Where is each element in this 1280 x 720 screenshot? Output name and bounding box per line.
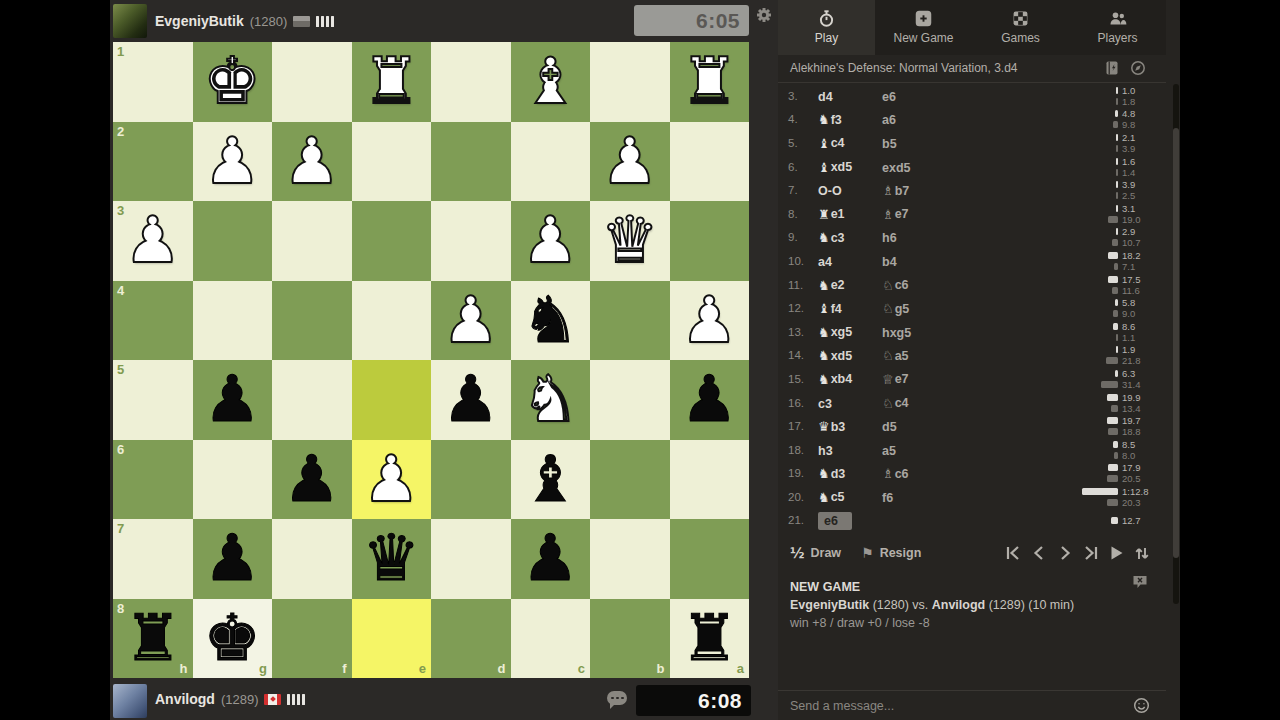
- white-pawn[interactable]: ♟: [590, 122, 670, 202]
- black-pawn[interactable]: ♟: [272, 440, 352, 520]
- white-pawn[interactable]: ♟: [272, 122, 352, 202]
- black-knight[interactable]: ♞: [511, 281, 591, 361]
- nav-last-move-button[interactable]: [1083, 545, 1099, 561]
- square-a4[interactable]: ♟: [670, 281, 750, 361]
- move-number: 10.: [788, 255, 814, 267]
- chess-board: 1♚♜♝♜2♟♟♟3♟♟♛4♟♞♟5♟♟♞♟6♟♟♝7♟♛♟8h♜g♚fedcb…: [113, 42, 749, 678]
- white-knight-move-icon: ♞: [818, 113, 830, 126]
- top-player-bar: EvgeniyButik (1280) 6:05: [110, 0, 778, 42]
- rank-label-5: 5: [117, 362, 124, 377]
- file-label-c: c: [578, 661, 585, 676]
- square-e3[interactable]: [352, 201, 432, 281]
- black-pawn[interactable]: ♟: [431, 360, 511, 440]
- side-panel: Play New Game Games: [778, 0, 1180, 720]
- move-list-scrollbar-thumb[interactable]: [1173, 128, 1179, 558]
- bottom-player-clock: 6:08: [636, 685, 751, 716]
- white-move-san[interactable]: ♝xd5: [818, 160, 852, 174]
- white-bishop-move-icon: ♝: [818, 161, 830, 174]
- move-number: 15.: [788, 373, 814, 385]
- square-g8[interactable]: g♚: [193, 599, 273, 679]
- move-row-12: 12.♝f4♘g55.89.0: [778, 296, 1166, 320]
- white-move-san[interactable]: ♞c5: [818, 490, 845, 504]
- square-e6[interactable]: ♟: [352, 440, 432, 520]
- move-times: 17.511.6: [1108, 273, 1158, 297]
- move-row-6: 6.♝xd5exd51.61.4: [778, 155, 1166, 179]
- canada-flag-icon: [264, 694, 281, 705]
- white-move-san[interactable]: ♞c3: [818, 231, 845, 245]
- move-row-18: 18.h3a58.58.0: [778, 438, 1166, 462]
- file-label-d: d: [498, 661, 506, 676]
- square-h7[interactable]: 7: [113, 519, 193, 599]
- new-game-header: NEW GAME: [790, 580, 860, 594]
- resign-button[interactable]: Resign: [880, 546, 922, 560]
- move-number: 13.: [788, 326, 814, 338]
- move-times: 19.718.8: [1107, 414, 1158, 438]
- square-h2[interactable]: 2: [113, 122, 193, 202]
- black-move-san[interactable]: a6: [882, 113, 896, 127]
- bottom-player-bar: Anvilogd (1289) 6:08: [110, 678, 778, 720]
- square-g6[interactable]: [193, 440, 273, 520]
- square-e1[interactable]: ♜: [352, 42, 432, 122]
- white-move-san[interactable]: ♞xd5: [818, 349, 852, 363]
- square-d6[interactable]: [431, 440, 511, 520]
- move-times: 4.89.8: [1113, 108, 1158, 132]
- square-f4[interactable]: [272, 281, 352, 361]
- white-pawn[interactable]: ♟: [352, 440, 432, 520]
- square-c6[interactable]: ♝: [511, 440, 591, 520]
- square-b3[interactable]: ♛: [590, 201, 670, 281]
- square-a5[interactable]: ♟: [670, 360, 750, 440]
- move-times: 8.61.1: [1113, 320, 1158, 344]
- move-number: 6.: [788, 161, 814, 173]
- square-g7[interactable]: ♟: [193, 519, 273, 599]
- square-g3[interactable]: [193, 201, 273, 281]
- black-move-san[interactable]: f6: [882, 491, 893, 505]
- move-times: 19.913.4: [1107, 391, 1158, 415]
- square-c2[interactable]: [511, 122, 591, 202]
- tab-play[interactable]: Play: [778, 0, 875, 55]
- file-label-f: f: [342, 661, 346, 676]
- white-move-san[interactable]: d4: [818, 90, 833, 104]
- bottom-connection-bars-icon: [287, 694, 305, 705]
- black-move-san[interactable]: hxg5: [882, 326, 911, 340]
- nav-first-move-button[interactable]: [1005, 545, 1021, 561]
- chat-input-bar[interactable]: Send a message...: [778, 690, 1166, 720]
- bottom-player-name[interactable]: Anvilogd: [155, 691, 215, 707]
- white-knight-move-icon: ♞: [818, 326, 830, 339]
- move-number: 19.: [788, 467, 814, 479]
- white-pawn[interactable]: ♟: [193, 122, 273, 202]
- stopwatch-icon: [818, 10, 835, 27]
- white-knight-move-icon: ♞: [818, 349, 830, 362]
- move-times: 6.331.4: [1101, 367, 1158, 391]
- black-move-san[interactable]: ♗e7: [882, 207, 909, 221]
- tab-new-game[interactable]: New Game: [875, 0, 972, 55]
- tab-games[interactable]: Games: [972, 0, 1069, 55]
- white-rook-move-icon: ♜: [818, 208, 830, 221]
- square-c7[interactable]: ♟: [511, 519, 591, 599]
- square-g4[interactable]: [193, 281, 273, 361]
- players-icon: [1109, 10, 1127, 27]
- opening-row: Alekhine's Defense: Normal Variation, 3.…: [778, 55, 1166, 83]
- game-area: EvgeniyButik (1280) 6:05 1♚♜♝♜2♟♟♟3♟♟♛4: [110, 0, 778, 720]
- bottom-player-rating: (1289): [221, 692, 259, 707]
- square-h8[interactable]: 8h♜: [113, 599, 193, 679]
- white-move-san[interactable]: ♝f4: [818, 302, 842, 316]
- black-move-san[interactable]: ♘c6: [882, 278, 909, 292]
- move-number: 7.: [788, 184, 814, 196]
- white-bishop-move-icon: ♝: [818, 137, 830, 150]
- move-number: 11.: [788, 279, 814, 291]
- move-number: 8.: [788, 208, 814, 220]
- top-player-rating: (1280): [250, 14, 288, 29]
- square-e4[interactable]: [352, 281, 432, 361]
- square-a7[interactable]: [670, 519, 750, 599]
- chat-input-placeholder: Send a message...: [790, 699, 894, 713]
- move-number: 17.: [788, 420, 814, 432]
- move-row-19: 19.♞d3♗c617.920.5: [778, 462, 1166, 486]
- new-game-stakes: win +8 / draw +0 / lose -8: [790, 616, 930, 630]
- square-b4[interactable]: [590, 281, 670, 361]
- square-d5[interactable]: ♟: [431, 360, 511, 440]
- nav-next-move-button[interactable]: [1057, 545, 1073, 561]
- square-b1[interactable]: [590, 42, 670, 122]
- square-b2[interactable]: ♟: [590, 122, 670, 202]
- rank-label-4: 4: [117, 283, 124, 298]
- move-number: 14.: [788, 349, 814, 361]
- top-player-flag-icon: [293, 16, 310, 27]
- black-move-san[interactable]: ♕e7: [882, 372, 909, 386]
- square-a3[interactable]: [670, 201, 750, 281]
- white-knight-move-icon: ♞: [818, 491, 830, 504]
- white-queen-move-icon: ♛: [818, 420, 830, 433]
- chat-toggle-icon[interactable]: [607, 691, 627, 705]
- square-b6[interactable]: [590, 440, 670, 520]
- game-controls: ½ Draw ⚑ Resign: [778, 538, 1166, 568]
- move-row-20: 20.♞c5f61:12.820.3: [778, 485, 1166, 509]
- board-grid-icon: [1012, 10, 1029, 27]
- black-queen-move-icon: ♕: [882, 373, 894, 386]
- white-move-san[interactable]: O-O: [818, 184, 842, 198]
- square-g5[interactable]: ♟: [193, 360, 273, 440]
- move-times: 12.7: [1111, 509, 1158, 533]
- black-move-san[interactable]: e6: [882, 90, 896, 104]
- black-move-san[interactable]: b5: [882, 137, 897, 151]
- move-list: 3.d4e61.01.84.♞f3a64.89.85.♝c4b52.13.96.…: [778, 84, 1166, 533]
- white-pawn[interactable]: ♟: [113, 201, 193, 281]
- white-move-san[interactable]: a4: [818, 255, 832, 269]
- square-f2[interactable]: ♟: [272, 122, 352, 202]
- new-game-matchup: EvgeniyButik (1280) vs. Anvilogd (1289) …: [790, 598, 1074, 612]
- white-move-san[interactable]: ♞xg5: [818, 325, 852, 339]
- opening-book-icon[interactable]: [1104, 60, 1120, 76]
- move-times: 1.921.8: [1106, 344, 1158, 368]
- square-g2[interactable]: ♟: [193, 122, 273, 202]
- black-pawn[interactable]: ♟: [511, 519, 591, 599]
- move-times: 2.13.9: [1116, 131, 1158, 155]
- white-move-san[interactable]: h3: [818, 444, 833, 458]
- black-move-san[interactable]: d5: [882, 420, 897, 434]
- white-pawn[interactable]: ♟: [670, 281, 750, 361]
- black-pawn[interactable]: ♟: [670, 360, 750, 440]
- move-times: 1.61.4: [1116, 155, 1158, 179]
- square-c1[interactable]: ♝: [511, 42, 591, 122]
- white-queen[interactable]: ♛: [590, 201, 670, 281]
- black-move-san[interactable]: ♘a5: [882, 349, 909, 363]
- move-row-21: 21.e612.7: [778, 509, 1166, 533]
- bottom-player-avatar[interactable]: [113, 684, 147, 718]
- square-d8[interactable]: d: [431, 599, 511, 679]
- move-row-8: 8.♜e1♗e73.119.0: [778, 202, 1166, 226]
- square-d3[interactable]: [431, 201, 511, 281]
- rank-label-1: 1: [117, 44, 124, 59]
- move-row-7: 7.O-O♗b73.92.5: [778, 178, 1166, 202]
- white-move-san[interactable]: ♞d3: [818, 467, 845, 481]
- black-move-san[interactable]: h6: [882, 231, 897, 245]
- white-knight-move-icon: ♞: [818, 373, 830, 386]
- move-number: 21.: [788, 514, 814, 526]
- black-pawn[interactable]: ♟: [193, 519, 273, 599]
- white-move-san[interactable]: ♛b3: [818, 420, 845, 434]
- draw-button[interactable]: Draw: [811, 546, 842, 560]
- square-h3[interactable]: 3♟: [113, 201, 193, 281]
- square-f8[interactable]: f: [272, 599, 352, 679]
- move-row-15: 15.♞xb4♕e76.331.4: [778, 367, 1166, 391]
- move-row-13: 13.♞xg5hxg58.61.1: [778, 320, 1166, 344]
- rank-label-2: 2: [117, 124, 124, 139]
- square-d1[interactable]: [431, 42, 511, 122]
- white-knight[interactable]: ♞: [511, 360, 591, 440]
- square-h6[interactable]: 6: [113, 440, 193, 520]
- square-a1[interactable]: ♜: [670, 42, 750, 122]
- square-e7[interactable]: ♛: [352, 519, 432, 599]
- move-row-17: 17.♛b3d519.718.8: [778, 414, 1166, 438]
- square-b8[interactable]: b: [590, 599, 670, 679]
- square-d7[interactable]: [431, 519, 511, 599]
- white-move-san[interactable]: ♞f3: [818, 113, 842, 127]
- mute-chat-icon[interactable]: [1132, 574, 1148, 593]
- move-times: 1.01.8: [1116, 84, 1158, 108]
- square-f3[interactable]: [272, 201, 352, 281]
- top-player-name[interactable]: EvgeniyButik: [155, 13, 244, 29]
- rank-label-6: 6: [117, 442, 124, 457]
- top-connection-bars-icon: [316, 16, 334, 27]
- white-bishop-move-icon: ♝: [818, 302, 830, 315]
- white-move-san[interactable]: ♞e2: [818, 278, 845, 292]
- white-pawn[interactable]: ♟: [431, 281, 511, 361]
- square-f6[interactable]: ♟: [272, 440, 352, 520]
- half-point-icon: ½: [790, 545, 805, 561]
- square-c5[interactable]: ♞: [511, 360, 591, 440]
- move-row-3: 3.d4e61.01.8: [778, 84, 1166, 108]
- app-window: EvgeniyButik (1280) 6:05 1♚♜♝♜2♟♟♟3♟♟♛4: [0, 0, 1280, 720]
- black-knight-move-icon: ♘: [882, 397, 894, 410]
- move-number: 18.: [788, 444, 814, 456]
- tab-players[interactable]: Players: [1069, 0, 1166, 55]
- file-label-e: e: [419, 661, 426, 676]
- black-bishop-move-icon: ♗: [882, 208, 894, 221]
- move-row-5: 5.♝c4b52.13.9: [778, 131, 1166, 155]
- black-knight-move-icon: ♘: [882, 349, 894, 362]
- square-e2[interactable]: [352, 122, 432, 202]
- autoplay-button[interactable]: [1109, 545, 1124, 561]
- square-h5[interactable]: 5: [113, 360, 193, 440]
- square-h4[interactable]: 4: [113, 281, 193, 361]
- square-a6[interactable]: [670, 440, 750, 520]
- move-times: 3.92.5: [1116, 178, 1158, 202]
- top-player-clock: 6:05: [634, 5, 749, 36]
- plus-square-icon: [915, 10, 932, 27]
- square-f7[interactable]: [272, 519, 352, 599]
- analysis-compass-icon[interactable]: [1130, 60, 1146, 76]
- black-move-san[interactable]: b4: [882, 255, 897, 269]
- move-number: 5.: [788, 137, 814, 149]
- emoji-picker-icon[interactable]: [1133, 697, 1150, 718]
- move-row-14: 14.♞xd5♘a51.921.8: [778, 344, 1166, 368]
- black-rook[interactable]: ♜: [670, 599, 750, 679]
- nav-prev-move-button[interactable]: [1031, 545, 1047, 561]
- white-pawn[interactable]: ♟: [511, 201, 591, 281]
- move-row-4: 4.♞f3a64.89.8: [778, 108, 1166, 132]
- white-rook[interactable]: ♜: [670, 42, 750, 122]
- square-f1[interactable]: [272, 42, 352, 122]
- black-pawn[interactable]: ♟: [193, 360, 273, 440]
- top-player-avatar[interactable]: [113, 4, 147, 38]
- resign-flag-icon: ⚑: [861, 545, 874, 561]
- move-number: 16.: [788, 397, 814, 409]
- move-times: 8.58.0: [1113, 438, 1158, 462]
- black-move-san[interactable]: ♗c6: [882, 467, 909, 481]
- move-number: 3.: [788, 90, 814, 102]
- move-number: 9.: [788, 231, 814, 243]
- black-knight-move-icon: ♘: [882, 302, 894, 315]
- black-bishop-move-icon: ♗: [882, 184, 894, 197]
- black-rook[interactable]: ♜: [113, 599, 193, 679]
- black-move-san[interactable]: a5: [882, 444, 896, 458]
- move-row-11: 11.♞e2♘c617.511.6: [778, 273, 1166, 297]
- square-b5[interactable]: [590, 360, 670, 440]
- move-times: 2.910.7: [1112, 226, 1158, 250]
- white-move-san[interactable]: c3: [818, 397, 832, 411]
- move-times: 1:12.820.3: [1082, 485, 1158, 509]
- move-number: 12.: [788, 302, 814, 314]
- white-knight-move-icon: ♞: [818, 467, 830, 480]
- opening-name: Alekhine's Defense: Normal Variation, 3.…: [790, 61, 1018, 75]
- black-move-san[interactable]: ♘c4: [882, 396, 909, 410]
- black-move-san[interactable]: ♗b7: [882, 184, 909, 198]
- square-c3[interactable]: ♟: [511, 201, 591, 281]
- square-c8[interactable]: c: [511, 599, 591, 679]
- move-times: 18.27.1: [1108, 249, 1158, 273]
- square-g1[interactable]: ♚: [193, 42, 273, 122]
- black-move-san[interactable]: ♘g5: [882, 302, 909, 316]
- square-a8[interactable]: a♜: [670, 599, 750, 679]
- square-c4[interactable]: ♞: [511, 281, 591, 361]
- black-bishop-move-icon: ♗: [882, 467, 894, 480]
- move-number: 20.: [788, 491, 814, 503]
- black-knight-move-icon: ♘: [882, 279, 894, 292]
- black-king[interactable]: ♚: [193, 599, 273, 679]
- white-knight-move-icon: ♞: [818, 279, 830, 292]
- white-move-san[interactable]: ♞xb4: [818, 372, 852, 386]
- square-f5[interactable]: [272, 360, 352, 440]
- file-label-b: b: [657, 661, 665, 676]
- black-bishop[interactable]: ♝: [511, 440, 591, 520]
- white-move-san[interactable]: ♝c4: [818, 136, 845, 150]
- white-bishop[interactable]: ♝: [511, 42, 591, 122]
- move-times: 17.920.5: [1107, 462, 1158, 486]
- black-move-san[interactable]: exd5: [882, 161, 911, 175]
- move-number: 4.: [788, 113, 814, 125]
- move-row-9: 9.♞c3h62.910.7: [778, 226, 1166, 250]
- white-move-san[interactable]: e6: [818, 512, 852, 530]
- white-rook[interactable]: ♜: [352, 42, 432, 122]
- square-d2[interactable]: [431, 122, 511, 202]
- square-b7[interactable]: [590, 519, 670, 599]
- white-king[interactable]: ♚: [193, 42, 273, 122]
- square-h1[interactable]: 1: [113, 42, 193, 122]
- white-move-san[interactable]: ♜e1: [818, 207, 845, 221]
- square-a2[interactable]: [670, 122, 750, 202]
- rank-label-7: 7: [117, 521, 124, 536]
- tab-bar: Play New Game Games: [778, 0, 1166, 55]
- square-e8[interactable]: e: [352, 599, 432, 679]
- white-knight-move-icon: ♞: [818, 231, 830, 244]
- flip-board-button[interactable]: [1134, 545, 1150, 562]
- black-queen[interactable]: ♛: [352, 519, 432, 599]
- move-times: 3.119.0: [1108, 202, 1158, 226]
- move-times: 5.89.0: [1113, 296, 1158, 320]
- settings-gear-icon[interactable]: [755, 6, 773, 24]
- move-row-10: 10.a4b418.27.1: [778, 249, 1166, 273]
- move-row-16: 16.c3♘c419.913.4: [778, 391, 1166, 415]
- square-e5[interactable]: [352, 360, 432, 440]
- square-d4[interactable]: ♟: [431, 281, 511, 361]
